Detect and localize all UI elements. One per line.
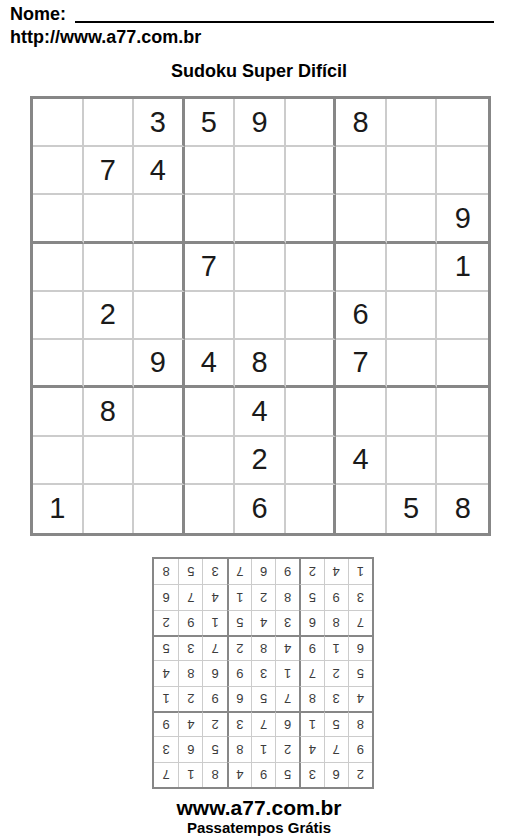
site-url: http://www.a77.com.br bbox=[10, 27, 494, 48]
puzzle-cell-r4c8[interactable] bbox=[387, 244, 438, 292]
solution-cell-r5c4: 1 bbox=[275, 660, 299, 685]
puzzle-cell-r3c7[interactable] bbox=[336, 195, 387, 243]
solution-cell-r6c8: 3 bbox=[178, 635, 202, 660]
solution-cell-r9c3: 2 bbox=[299, 559, 323, 584]
solution-cell-r4c3: 8 bbox=[299, 686, 323, 711]
solution-cell-r3c6: 3 bbox=[227, 711, 251, 736]
page-footer: www.a77.com.br Passatempos Grátis bbox=[0, 796, 518, 837]
puzzle-cell-r9c2[interactable] bbox=[84, 485, 135, 533]
puzzle-cell-r5c5[interactable] bbox=[235, 292, 286, 340]
puzzle-cell-r2c5[interactable] bbox=[235, 147, 286, 195]
puzzle-cell-r7c5: 4 bbox=[235, 388, 286, 436]
solution-cell-r7c3: 6 bbox=[299, 610, 323, 635]
puzzle-cell-r9c9: 8 bbox=[437, 485, 488, 533]
solution-cell-r3c2: 5 bbox=[324, 711, 348, 736]
puzzle-cell-r2c6[interactable] bbox=[286, 147, 337, 195]
puzzle-cell-r5c2: 2 bbox=[84, 292, 135, 340]
puzzle-cell-r8c9[interactable] bbox=[437, 437, 488, 485]
solution-cell-r8c6: 1 bbox=[227, 584, 251, 609]
puzzle-cell-r8c3[interactable] bbox=[134, 437, 185, 485]
solution-cell-r8c2: 9 bbox=[324, 584, 348, 609]
puzzle-cell-r2c1[interactable] bbox=[33, 147, 84, 195]
solution-cell-r7c1: 7 bbox=[348, 610, 372, 635]
solution-cell-r6c5: 8 bbox=[251, 635, 275, 660]
solution-cell-r8c3: 5 bbox=[299, 584, 323, 609]
solution-cell-r2c8: 6 bbox=[178, 736, 202, 761]
solution-cell-r8c4: 8 bbox=[275, 584, 299, 609]
puzzle-cell-r7c9[interactable] bbox=[437, 388, 488, 436]
puzzle-cell-r6c4: 4 bbox=[185, 340, 236, 388]
solution-cell-r2c6: 8 bbox=[227, 736, 251, 761]
solution-cell-r7c6: 5 bbox=[227, 610, 251, 635]
solution-cell-r5c1: 5 bbox=[348, 660, 372, 685]
solution-cell-r1c3: 3 bbox=[299, 762, 323, 787]
puzzle-cell-r7c7[interactable] bbox=[336, 388, 387, 436]
solution-cell-r2c3: 4 bbox=[299, 736, 323, 761]
puzzle-cell-r5c4[interactable] bbox=[185, 292, 236, 340]
solution-cell-r4c5: 5 bbox=[251, 686, 275, 711]
solution-cell-r7c9: 2 bbox=[154, 610, 178, 635]
solution-cell-r1c5: 9 bbox=[251, 762, 275, 787]
solution-cell-r3c9: 9 bbox=[154, 711, 178, 736]
puzzle-cell-r3c2[interactable] bbox=[84, 195, 135, 243]
puzzle-cell-r8c2[interactable] bbox=[84, 437, 135, 485]
solution-cell-r5c5: 3 bbox=[251, 660, 275, 685]
puzzle-cell-r5c9[interactable] bbox=[437, 292, 488, 340]
solution-cell-r7c7: 1 bbox=[202, 610, 226, 635]
puzzle-cell-r4c5[interactable] bbox=[235, 244, 286, 292]
solution-cell-r5c7: 6 bbox=[202, 660, 226, 685]
solution-cell-r8c9: 6 bbox=[154, 584, 178, 609]
name-row: Nome: bbox=[10, 4, 494, 24]
solution-board-rotated: 2635948179742185638516732494387569215271… bbox=[152, 557, 374, 789]
puzzle-cell-r4c9: 1 bbox=[437, 244, 488, 292]
solution-cell-r4c4: 7 bbox=[275, 686, 299, 711]
puzzle-cell-r6c1[interactable] bbox=[33, 340, 84, 388]
solution-cell-r9c6: 7 bbox=[227, 559, 251, 584]
solution-cell-r2c1: 9 bbox=[348, 736, 372, 761]
solution-cell-r2c9: 3 bbox=[154, 736, 178, 761]
puzzle-cell-r1c8[interactable] bbox=[387, 99, 438, 147]
solution-cell-r6c4: 4 bbox=[275, 635, 299, 660]
puzzle-cell-r7c2: 8 bbox=[84, 388, 135, 436]
solution-cell-r9c2: 4 bbox=[324, 559, 348, 584]
puzzle-cell-r7c6[interactable] bbox=[286, 388, 337, 436]
puzzle-cell-r8c7: 4 bbox=[336, 437, 387, 485]
puzzle-cell-r3c3[interactable] bbox=[134, 195, 185, 243]
solution-cell-r6c6: 2 bbox=[227, 635, 251, 660]
puzzle-cell-r5c3[interactable] bbox=[134, 292, 185, 340]
solution-cell-r1c7: 8 bbox=[202, 762, 226, 787]
puzzle-cell-r8c4[interactable] bbox=[185, 437, 236, 485]
puzzle-cell-r9c4[interactable] bbox=[185, 485, 236, 533]
puzzle-cell-r1c1[interactable] bbox=[33, 99, 84, 147]
solution-cell-r1c6: 4 bbox=[227, 762, 251, 787]
puzzle-cell-r9c5: 6 bbox=[235, 485, 286, 533]
solution-cell-r2c7: 5 bbox=[202, 736, 226, 761]
solution-cell-r9c8: 5 bbox=[178, 559, 202, 584]
puzzle-cell-r3c9: 9 bbox=[437, 195, 488, 243]
solution-cell-r5c6: 9 bbox=[227, 660, 251, 685]
puzzle-cell-r1c5: 9 bbox=[235, 99, 286, 147]
solution-cell-r5c8: 8 bbox=[178, 660, 202, 685]
puzzle-cell-r1c9[interactable] bbox=[437, 99, 488, 147]
puzzle-cell-r4c7[interactable] bbox=[336, 244, 387, 292]
solution-cell-r4c9: 1 bbox=[154, 686, 178, 711]
puzzle-cell-r1c6[interactable] bbox=[286, 99, 337, 147]
puzzle-cell-r2c2: 7 bbox=[84, 147, 135, 195]
solution-cell-r7c5: 4 bbox=[251, 610, 275, 635]
puzzle-cell-r1c4: 5 bbox=[185, 99, 236, 147]
solution-cell-r9c1: 1 bbox=[348, 559, 372, 584]
solution-cell-r3c8: 4 bbox=[178, 711, 202, 736]
solution-cell-r6c2: 1 bbox=[324, 635, 348, 660]
puzzle-cell-r2c9[interactable] bbox=[437, 147, 488, 195]
puzzle-cell-r6c8[interactable] bbox=[387, 340, 438, 388]
puzzle-cell-r7c3[interactable] bbox=[134, 388, 185, 436]
solution-cell-r5c9: 4 bbox=[154, 660, 178, 685]
name-fill-line[interactable] bbox=[75, 9, 494, 23]
puzzle-cell-r6c5: 8 bbox=[235, 340, 286, 388]
puzzle-cell-r9c3[interactable] bbox=[134, 485, 185, 533]
puzzle-cell-r8c8[interactable] bbox=[387, 437, 438, 485]
puzzle-cell-r5c1[interactable] bbox=[33, 292, 84, 340]
puzzle-cell-r6c7: 7 bbox=[336, 340, 387, 388]
footer-site: www.a77.com.br bbox=[0, 796, 518, 819]
puzzle-cell-r5c8[interactable] bbox=[387, 292, 438, 340]
puzzle-cell-r4c3[interactable] bbox=[134, 244, 185, 292]
solution-cell-r4c2: 3 bbox=[324, 686, 348, 711]
puzzle-cell-r6c6[interactable] bbox=[286, 340, 337, 388]
puzzle-cell-r2c8[interactable] bbox=[387, 147, 438, 195]
solution-cell-r8c7: 4 bbox=[202, 584, 226, 609]
puzzle-cell-r7c1[interactable] bbox=[33, 388, 84, 436]
solution-cell-r6c1: 6 bbox=[348, 635, 372, 660]
puzzle-cell-r2c4[interactable] bbox=[185, 147, 236, 195]
puzzle-cell-r7c8[interactable] bbox=[387, 388, 438, 436]
solution-cell-r6c9: 5 bbox=[154, 635, 178, 660]
solution-cell-r9c5: 6 bbox=[251, 559, 275, 584]
puzzle-cell-r2c7[interactable] bbox=[336, 147, 387, 195]
puzzle-cell-r8c1[interactable] bbox=[33, 437, 84, 485]
solution-cell-r8c8: 7 bbox=[178, 584, 202, 609]
solution-cell-r7c8: 9 bbox=[178, 610, 202, 635]
puzzle-cell-r5c6[interactable] bbox=[286, 292, 337, 340]
puzzle-cell-r2c3: 4 bbox=[134, 147, 185, 195]
solution-cell-r6c7: 7 bbox=[202, 635, 226, 660]
puzzle-cell-r8c6[interactable] bbox=[286, 437, 337, 485]
solution-cell-r6c3: 9 bbox=[299, 635, 323, 660]
solution-cell-r2c4: 2 bbox=[275, 736, 299, 761]
name-label: Nome: bbox=[10, 4, 66, 24]
solution-cell-r2c2: 7 bbox=[324, 736, 348, 761]
solution-cell-r5c2: 2 bbox=[324, 660, 348, 685]
solution-cell-r7c4: 3 bbox=[275, 610, 299, 635]
solution-cell-r3c5: 7 bbox=[251, 711, 275, 736]
puzzle-cell-r9c6[interactable] bbox=[286, 485, 337, 533]
solution-cell-r7c2: 8 bbox=[324, 610, 348, 635]
puzzle-cell-r6c2[interactable] bbox=[84, 340, 135, 388]
solution-cell-r3c7: 2 bbox=[202, 711, 226, 736]
puzzle-cell-r6c3: 9 bbox=[134, 340, 185, 388]
puzzle-title: Sudoku Super Difícil bbox=[0, 61, 518, 82]
puzzle-cell-r3c6[interactable] bbox=[286, 195, 337, 243]
puzzle-cell-r1c2[interactable] bbox=[84, 99, 135, 147]
puzzle-cell-r3c5[interactable] bbox=[235, 195, 286, 243]
solution-cell-r8c5: 2 bbox=[251, 584, 275, 609]
solution-cell-r4c8: 2 bbox=[178, 686, 202, 711]
solution-cell-r4c1: 4 bbox=[348, 686, 372, 711]
puzzle-cell-r5c7: 6 bbox=[336, 292, 387, 340]
sudoku-board: 35987497126948784241658 bbox=[30, 96, 491, 536]
puzzle-cell-r1c7: 8 bbox=[336, 99, 387, 147]
puzzle-cell-r6c9[interactable] bbox=[437, 340, 488, 388]
solution-cell-r9c9: 8 bbox=[154, 559, 178, 584]
solution-cell-r4c7: 9 bbox=[202, 686, 226, 711]
puzzle-cell-r9c8: 5 bbox=[387, 485, 438, 533]
solution-cell-r1c1: 2 bbox=[348, 762, 372, 787]
puzzle-cell-r4c4: 7 bbox=[185, 244, 236, 292]
solution-cell-r9c7: 3 bbox=[202, 559, 226, 584]
puzzle-cell-r4c1[interactable] bbox=[33, 244, 84, 292]
solution-cell-r3c4: 6 bbox=[275, 711, 299, 736]
puzzle-cell-r4c2[interactable] bbox=[84, 244, 135, 292]
solution-cell-r1c8: 1 bbox=[178, 762, 202, 787]
puzzle-cell-r1c3: 3 bbox=[134, 99, 185, 147]
solution-cell-r1c9: 7 bbox=[154, 762, 178, 787]
solution-cell-r3c3: 1 bbox=[299, 711, 323, 736]
puzzle-cell-r4c6[interactable] bbox=[286, 244, 337, 292]
solution-cell-r8c1: 3 bbox=[348, 584, 372, 609]
puzzle-cell-r3c4[interactable] bbox=[185, 195, 236, 243]
solution-cell-r4c6: 6 bbox=[227, 686, 251, 711]
puzzle-cell-r3c8[interactable] bbox=[387, 195, 438, 243]
solution-cell-r3c1: 8 bbox=[348, 711, 372, 736]
puzzle-cell-r8c5: 2 bbox=[235, 437, 286, 485]
worksheet-page: Nome: http://www.a77.com.br Sudoku Super… bbox=[0, 0, 518, 840]
solution-cell-r1c2: 6 bbox=[324, 762, 348, 787]
solution-cell-r5c3: 7 bbox=[299, 660, 323, 685]
puzzle-cell-r9c1: 1 bbox=[33, 485, 84, 533]
puzzle-cell-r9c7[interactable] bbox=[336, 485, 387, 533]
puzzle-cell-r7c4[interactable] bbox=[185, 388, 236, 436]
solution-cell-r9c4: 9 bbox=[275, 559, 299, 584]
solution-cell-r1c4: 5 bbox=[275, 762, 299, 787]
solution-cell-r2c5: 1 bbox=[251, 736, 275, 761]
puzzle-cell-r3c1[interactable] bbox=[33, 195, 84, 243]
footer-tagline: Passatempos Grátis bbox=[0, 819, 518, 837]
page-header: Nome: http://www.a77.com.br bbox=[10, 4, 494, 48]
